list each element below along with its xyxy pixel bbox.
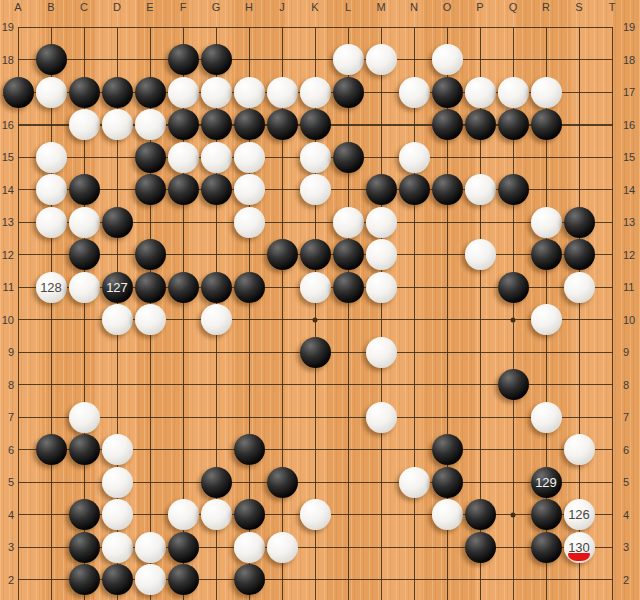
intersection-C5[interactable] (68, 466, 101, 499)
intersection-O7[interactable] (431, 401, 464, 434)
white-stone-O4[interactable] (432, 499, 463, 530)
intersection-O5[interactable] (431, 466, 464, 499)
intersection-D15[interactable] (101, 141, 134, 174)
intersection-Q15[interactable] (497, 141, 530, 174)
intersection-F6[interactable] (167, 433, 200, 466)
intersection-P5[interactable] (464, 466, 497, 499)
intersection-M3[interactable] (365, 531, 398, 564)
intersection-L17[interactable] (332, 76, 365, 109)
intersection-K8[interactable] (299, 368, 332, 401)
black-stone-R16[interactable] (531, 109, 562, 140)
intersection-J1[interactable] (266, 596, 299, 600)
intersection-B17[interactable] (35, 76, 68, 109)
white-stone-J3[interactable] (267, 532, 298, 563)
intersection-M1[interactable] (365, 596, 398, 600)
intersection-O10[interactable] (431, 303, 464, 336)
intersection-J14[interactable] (266, 173, 299, 206)
intersection-P13[interactable] (464, 206, 497, 239)
intersection-C13[interactable] (68, 206, 101, 239)
intersection-G18[interactable] (200, 43, 233, 76)
intersection-P9[interactable] (464, 336, 497, 369)
intersection-P1[interactable] (464, 596, 497, 600)
intersection-P12[interactable] (464, 238, 497, 271)
intersection-D11[interactable]: 127 (101, 271, 134, 304)
intersection-B7[interactable] (35, 401, 68, 434)
white-stone-L18[interactable] (333, 44, 364, 75)
intersection-K4[interactable] (299, 498, 332, 531)
intersection-P16[interactable] (464, 108, 497, 141)
intersection-S13[interactable] (563, 206, 596, 239)
black-stone-J16[interactable] (267, 109, 298, 140)
black-stone-O6[interactable] (432, 434, 463, 465)
intersection-D5[interactable] (101, 466, 134, 499)
black-stone-F16[interactable] (168, 109, 199, 140)
intersection-D14[interactable] (101, 173, 134, 206)
intersection-N4[interactable] (398, 498, 431, 531)
intersection-F11[interactable] (167, 271, 200, 304)
intersection-A19[interactable] (2, 11, 35, 44)
black-stone-L11[interactable] (333, 272, 364, 303)
intersection-N14[interactable] (398, 173, 431, 206)
black-stone-D2[interactable] (102, 564, 133, 595)
intersection-T13[interactable] (596, 206, 629, 239)
intersection-O13[interactable] (431, 206, 464, 239)
white-stone-D4[interactable] (102, 499, 133, 530)
intersection-G10[interactable] (200, 303, 233, 336)
intersection-O19[interactable] (431, 11, 464, 44)
white-stone-Q17[interactable] (498, 77, 529, 108)
intersection-H18[interactable] (233, 43, 266, 76)
intersection-E4[interactable] (134, 498, 167, 531)
intersection-D17[interactable] (101, 76, 134, 109)
intersection-H6[interactable] (233, 433, 266, 466)
black-stone-A17[interactable] (3, 77, 34, 108)
black-stone-P4[interactable] (465, 499, 496, 530)
intersection-N2[interactable] (398, 563, 431, 596)
intersection-J4[interactable] (266, 498, 299, 531)
intersection-R5[interactable]: 129 (530, 466, 563, 499)
black-stone-E17[interactable] (135, 77, 166, 108)
intersection-P15[interactable] (464, 141, 497, 174)
intersection-C2[interactable] (68, 563, 101, 596)
intersection-G9[interactable] (200, 336, 233, 369)
intersection-C3[interactable] (68, 531, 101, 564)
intersection-Q10[interactable] (497, 303, 530, 336)
intersection-J12[interactable] (266, 238, 299, 271)
intersection-H7[interactable] (233, 401, 266, 434)
black-stone-C6[interactable] (69, 434, 100, 465)
white-stone-R13[interactable] (531, 207, 562, 238)
white-stone-E16[interactable] (135, 109, 166, 140)
intersection-M2[interactable] (365, 563, 398, 596)
intersection-J7[interactable] (266, 401, 299, 434)
intersection-G15[interactable] (200, 141, 233, 174)
intersection-H10[interactable] (233, 303, 266, 336)
intersection-E12[interactable] (134, 238, 167, 271)
intersection-R16[interactable] (530, 108, 563, 141)
intersection-Q9[interactable] (497, 336, 530, 369)
intersection-L8[interactable] (332, 368, 365, 401)
white-stone-D5[interactable] (102, 467, 133, 498)
intersection-H5[interactable] (233, 466, 266, 499)
intersection-F19[interactable] (167, 11, 200, 44)
black-stone-E15[interactable] (135, 142, 166, 173)
intersection-L14[interactable] (332, 173, 365, 206)
intersection-S2[interactable] (563, 563, 596, 596)
white-stone-D10[interactable] (102, 304, 133, 335)
intersection-J5[interactable] (266, 466, 299, 499)
black-stone-R5[interactable]: 129 (531, 467, 562, 498)
white-stone-H15[interactable] (234, 142, 265, 173)
intersection-A13[interactable] (2, 206, 35, 239)
intersection-P19[interactable] (464, 11, 497, 44)
intersection-M11[interactable] (365, 271, 398, 304)
intersection-D6[interactable] (101, 433, 134, 466)
intersection-P7[interactable] (464, 401, 497, 434)
intersection-T9[interactable] (596, 336, 629, 369)
white-stone-O18[interactable] (432, 44, 463, 75)
intersection-A2[interactable] (2, 563, 35, 596)
intersection-P2[interactable] (464, 563, 497, 596)
intersection-L10[interactable] (332, 303, 365, 336)
intersection-G1[interactable] (200, 596, 233, 600)
intersection-M8[interactable] (365, 368, 398, 401)
intersection-A10[interactable] (2, 303, 35, 336)
intersection-M4[interactable] (365, 498, 398, 531)
intersection-T4[interactable] (596, 498, 629, 531)
intersection-J10[interactable] (266, 303, 299, 336)
intersection-C19[interactable] (68, 11, 101, 44)
intersection-H19[interactable] (233, 11, 266, 44)
intersection-S5[interactable] (563, 466, 596, 499)
white-stone-L13[interactable] (333, 207, 364, 238)
black-stone-Q8[interactable] (498, 369, 529, 400)
intersection-S9[interactable] (563, 336, 596, 369)
intersection-P17[interactable] (464, 76, 497, 109)
black-stone-G11[interactable] (201, 272, 232, 303)
white-stone-C7[interactable] (69, 402, 100, 433)
black-stone-E14[interactable] (135, 174, 166, 205)
black-stone-H11[interactable] (234, 272, 265, 303)
white-stone-M13[interactable] (366, 207, 397, 238)
intersection-L18[interactable] (332, 43, 365, 76)
intersection-R15[interactable] (530, 141, 563, 174)
black-stone-O16[interactable] (432, 109, 463, 140)
intersection-H15[interactable] (233, 141, 266, 174)
intersection-P6[interactable] (464, 433, 497, 466)
black-stone-B18[interactable] (36, 44, 67, 75)
intersection-D16[interactable] (101, 108, 134, 141)
intersection-Q6[interactable] (497, 433, 530, 466)
intersection-B10[interactable] (35, 303, 68, 336)
intersection-S10[interactable] (563, 303, 596, 336)
white-stone-F15[interactable] (168, 142, 199, 173)
white-stone-P14[interactable] (465, 174, 496, 205)
intersection-G8[interactable] (200, 368, 233, 401)
intersection-S8[interactable] (563, 368, 596, 401)
intersection-O12[interactable] (431, 238, 464, 271)
intersection-K9[interactable] (299, 336, 332, 369)
intersection-K3[interactable] (299, 531, 332, 564)
intersection-R13[interactable] (530, 206, 563, 239)
intersection-N7[interactable] (398, 401, 431, 434)
intersection-J11[interactable] (266, 271, 299, 304)
intersection-N19[interactable] (398, 11, 431, 44)
white-stone-D16[interactable] (102, 109, 133, 140)
intersection-B4[interactable] (35, 498, 68, 531)
intersection-M12[interactable] (365, 238, 398, 271)
intersection-D3[interactable] (101, 531, 134, 564)
white-stone-B15[interactable] (36, 142, 67, 173)
white-stone-S4[interactable]: 126 (564, 499, 595, 530)
intersection-E13[interactable] (134, 206, 167, 239)
intersection-N9[interactable] (398, 336, 431, 369)
black-stone-L15[interactable] (333, 142, 364, 173)
intersection-N11[interactable] (398, 271, 431, 304)
white-stone-E3[interactable] (135, 532, 166, 563)
intersection-R11[interactable] (530, 271, 563, 304)
intersection-K5[interactable] (299, 466, 332, 499)
intersection-F14[interactable] (167, 173, 200, 206)
intersection-T16[interactable] (596, 108, 629, 141)
intersection-K1[interactable] (299, 596, 332, 600)
intersection-F16[interactable] (167, 108, 200, 141)
black-stone-S12[interactable] (564, 239, 595, 270)
intersection-E5[interactable] (134, 466, 167, 499)
intersection-L16[interactable] (332, 108, 365, 141)
intersection-O15[interactable] (431, 141, 464, 174)
black-stone-L17[interactable] (333, 77, 364, 108)
intersection-Q19[interactable] (497, 11, 530, 44)
intersection-G11[interactable] (200, 271, 233, 304)
white-stone-J17[interactable] (267, 77, 298, 108)
intersection-G14[interactable] (200, 173, 233, 206)
white-stone-B14[interactable] (36, 174, 67, 205)
intersection-T10[interactable] (596, 303, 629, 336)
white-stone-K15[interactable] (300, 142, 331, 173)
intersection-A15[interactable] (2, 141, 35, 174)
intersection-T11[interactable] (596, 271, 629, 304)
black-stone-Q14[interactable] (498, 174, 529, 205)
intersection-E11[interactable] (134, 271, 167, 304)
intersection-B18[interactable] (35, 43, 68, 76)
black-stone-F11[interactable] (168, 272, 199, 303)
black-stone-F14[interactable] (168, 174, 199, 205)
intersection-D7[interactable] (101, 401, 134, 434)
intersection-S18[interactable] (563, 43, 596, 76)
intersection-T5[interactable] (596, 466, 629, 499)
intersection-P4[interactable] (464, 498, 497, 531)
intersection-E3[interactable] (134, 531, 167, 564)
intersection-G6[interactable] (200, 433, 233, 466)
black-stone-H2[interactable] (234, 564, 265, 595)
intersection-D18[interactable] (101, 43, 134, 76)
intersection-R8[interactable] (530, 368, 563, 401)
black-stone-K12[interactable] (300, 239, 331, 270)
white-stone-H17[interactable] (234, 77, 265, 108)
black-stone-O17[interactable] (432, 77, 463, 108)
black-stone-F3[interactable] (168, 532, 199, 563)
intersection-O18[interactable] (431, 43, 464, 76)
intersection-N15[interactable] (398, 141, 431, 174)
intersection-J17[interactable] (266, 76, 299, 109)
white-stone-B17[interactable] (36, 77, 67, 108)
intersection-K12[interactable] (299, 238, 332, 271)
intersection-C10[interactable] (68, 303, 101, 336)
intersection-H11[interactable] (233, 271, 266, 304)
intersection-J6[interactable] (266, 433, 299, 466)
black-stone-K9[interactable] (300, 337, 331, 368)
intersection-Q3[interactable] (497, 531, 530, 564)
intersection-M5[interactable] (365, 466, 398, 499)
intersection-D2[interactable] (101, 563, 134, 596)
black-stone-F2[interactable] (168, 564, 199, 595)
intersection-T12[interactable] (596, 238, 629, 271)
intersection-A8[interactable] (2, 368, 35, 401)
intersection-M15[interactable] (365, 141, 398, 174)
intersection-P18[interactable] (464, 43, 497, 76)
intersection-O1[interactable] (431, 596, 464, 600)
intersection-B2[interactable] (35, 563, 68, 596)
intersection-R17[interactable] (530, 76, 563, 109)
intersection-Q2[interactable] (497, 563, 530, 596)
intersection-R7[interactable] (530, 401, 563, 434)
intersection-E2[interactable] (134, 563, 167, 596)
intersection-Q5[interactable] (497, 466, 530, 499)
intersection-S14[interactable] (563, 173, 596, 206)
intersection-A17[interactable] (2, 76, 35, 109)
intersection-H16[interactable] (233, 108, 266, 141)
intersection-N12[interactable] (398, 238, 431, 271)
intersection-M6[interactable] (365, 433, 398, 466)
black-stone-D17[interactable] (102, 77, 133, 108)
intersection-B5[interactable] (35, 466, 68, 499)
intersection-F4[interactable] (167, 498, 200, 531)
white-stone-G4[interactable] (201, 499, 232, 530)
intersection-E14[interactable] (134, 173, 167, 206)
intersection-E15[interactable] (134, 141, 167, 174)
intersection-B9[interactable] (35, 336, 68, 369)
white-stone-N17[interactable] (399, 77, 430, 108)
intersection-L9[interactable] (332, 336, 365, 369)
intersection-H9[interactable] (233, 336, 266, 369)
intersection-B6[interactable] (35, 433, 68, 466)
intersection-H4[interactable] (233, 498, 266, 531)
intersection-C14[interactable] (68, 173, 101, 206)
intersection-A9[interactable] (2, 336, 35, 369)
black-stone-D13[interactable] (102, 207, 133, 238)
intersection-K11[interactable] (299, 271, 332, 304)
black-stone-N14[interactable] (399, 174, 430, 205)
intersection-D1[interactable] (101, 596, 134, 600)
intersection-K18[interactable] (299, 43, 332, 76)
intersection-M16[interactable] (365, 108, 398, 141)
black-stone-D11[interactable]: 127 (102, 272, 133, 303)
intersection-F12[interactable] (167, 238, 200, 271)
intersection-R3[interactable] (530, 531, 563, 564)
white-stone-D6[interactable] (102, 434, 133, 465)
intersection-N17[interactable] (398, 76, 431, 109)
white-stone-M7[interactable] (366, 402, 397, 433)
white-stone-C13[interactable] (69, 207, 100, 238)
black-stone-R4[interactable] (531, 499, 562, 530)
intersection-H17[interactable] (233, 76, 266, 109)
intersection-S1[interactable] (563, 596, 596, 600)
intersection-G19[interactable] (200, 11, 233, 44)
black-stone-J12[interactable] (267, 239, 298, 270)
intersection-N5[interactable] (398, 466, 431, 499)
intersection-S4[interactable]: 126 (563, 498, 596, 531)
intersection-R4[interactable] (530, 498, 563, 531)
intersection-E6[interactable] (134, 433, 167, 466)
white-stone-B13[interactable] (36, 207, 67, 238)
intersection-C7[interactable] (68, 401, 101, 434)
intersection-F17[interactable] (167, 76, 200, 109)
intersection-N8[interactable] (398, 368, 431, 401)
intersection-C15[interactable] (68, 141, 101, 174)
black-stone-C2[interactable] (69, 564, 100, 595)
intersection-K14[interactable] (299, 173, 332, 206)
white-stone-K17[interactable] (300, 77, 331, 108)
intersection-C8[interactable] (68, 368, 101, 401)
white-stone-G10[interactable] (201, 304, 232, 335)
intersection-F10[interactable] (167, 303, 200, 336)
white-stone-M12[interactable] (366, 239, 397, 270)
intersection-Q18[interactable] (497, 43, 530, 76)
white-stone-M18[interactable] (366, 44, 397, 75)
intersection-S6[interactable] (563, 433, 596, 466)
intersection-L7[interactable] (332, 401, 365, 434)
intersection-T1[interactable] (596, 596, 629, 600)
black-stone-Q11[interactable] (498, 272, 529, 303)
intersection-B16[interactable] (35, 108, 68, 141)
white-stone-E2[interactable] (135, 564, 166, 595)
intersection-B11[interactable]: 128 (35, 271, 68, 304)
intersection-N1[interactable] (398, 596, 431, 600)
intersection-B14[interactable] (35, 173, 68, 206)
intersection-E18[interactable] (134, 43, 167, 76)
intersection-R10[interactable] (530, 303, 563, 336)
intersection-A4[interactable] (2, 498, 35, 531)
intersection-A6[interactable] (2, 433, 35, 466)
intersection-S16[interactable] (563, 108, 596, 141)
intersection-O17[interactable] (431, 76, 464, 109)
black-stone-E11[interactable] (135, 272, 166, 303)
intersection-C4[interactable] (68, 498, 101, 531)
intersection-F15[interactable] (167, 141, 200, 174)
intersection-L4[interactable] (332, 498, 365, 531)
intersection-L13[interactable] (332, 206, 365, 239)
intersection-G17[interactable] (200, 76, 233, 109)
intersection-E9[interactable] (134, 336, 167, 369)
intersection-L11[interactable] (332, 271, 365, 304)
intersection-K6[interactable] (299, 433, 332, 466)
white-stone-C16[interactable] (69, 109, 100, 140)
intersection-P10[interactable] (464, 303, 497, 336)
intersection-S11[interactable] (563, 271, 596, 304)
intersection-A14[interactable] (2, 173, 35, 206)
intersection-L12[interactable] (332, 238, 365, 271)
intersection-K2[interactable] (299, 563, 332, 596)
intersection-P11[interactable] (464, 271, 497, 304)
intersection-F7[interactable] (167, 401, 200, 434)
white-stone-S11[interactable] (564, 272, 595, 303)
intersection-H2[interactable] (233, 563, 266, 596)
intersection-Q1[interactable] (497, 596, 530, 600)
intersection-T18[interactable] (596, 43, 629, 76)
intersection-S19[interactable] (563, 11, 596, 44)
intersection-T8[interactable] (596, 368, 629, 401)
